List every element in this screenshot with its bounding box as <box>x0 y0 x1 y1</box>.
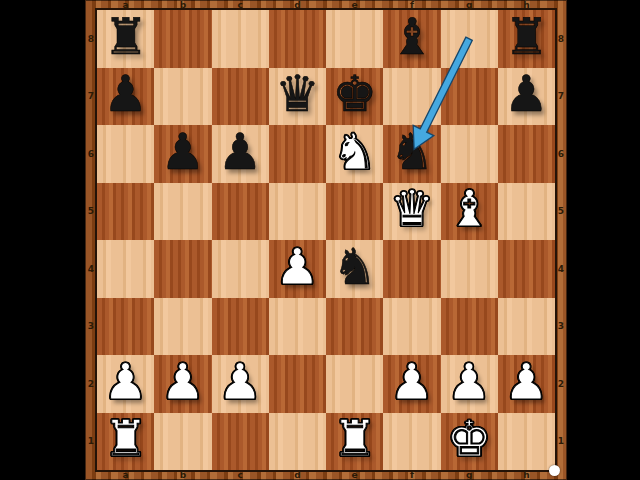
square-f1[interactable] <box>383 413 440 471</box>
square-a5[interactable] <box>97 183 154 241</box>
square-e1[interactable]: ♜ <box>326 413 383 471</box>
square-g8[interactable] <box>441 10 498 68</box>
square-d2[interactable] <box>269 355 326 413</box>
square-b8[interactable] <box>154 10 211 68</box>
rank-label-right-6: 6 <box>558 149 564 159</box>
side-to-move-indicator <box>549 465 560 476</box>
square-e7[interactable]: ♚ <box>326 68 383 126</box>
square-h2[interactable]: ♟ <box>498 355 555 413</box>
file-label-top-g: g <box>466 0 472 10</box>
square-d8[interactable] <box>269 10 326 68</box>
square-g4[interactable] <box>441 240 498 298</box>
rank-label-right-7: 7 <box>558 91 564 101</box>
square-f5[interactable]: ♛ <box>383 183 440 241</box>
square-h6[interactable] <box>498 125 555 183</box>
rank-label-left-4: 4 <box>88 264 94 274</box>
rank-label-right-5: 5 <box>558 206 564 216</box>
square-b4[interactable] <box>154 240 211 298</box>
square-c7[interactable] <box>212 68 269 126</box>
white-knight-e6[interactable]: ♞ <box>332 127 377 177</box>
square-e4[interactable]: ♞ <box>326 240 383 298</box>
white-king-g1[interactable]: ♚ <box>447 414 492 464</box>
rank-label-left-1: 1 <box>88 436 94 446</box>
square-d4[interactable]: ♟ <box>269 240 326 298</box>
file-label-bottom-c: c <box>237 470 242 480</box>
square-e3[interactable] <box>326 298 383 356</box>
square-c8[interactable] <box>212 10 269 68</box>
square-d1[interactable] <box>269 413 326 471</box>
white-queen-f5[interactable]: ♛ <box>389 184 434 234</box>
square-d6[interactable] <box>269 125 326 183</box>
white-pawn-f2[interactable]: ♟ <box>389 357 434 407</box>
white-pawn-b2[interactable]: ♟ <box>160 357 205 407</box>
file-label-bottom-b: b <box>180 470 186 480</box>
square-e6[interactable]: ♞ <box>326 125 383 183</box>
square-b7[interactable] <box>154 68 211 126</box>
letterboxed-video-frame: { "game": "chess", "position": { "fen": … <box>0 0 640 480</box>
square-a1[interactable]: ♜ <box>97 413 154 471</box>
white-pawn-h2[interactable]: ♟ <box>504 357 549 407</box>
file-label-top-a: a <box>123 0 129 10</box>
file-label-top-c: c <box>237 0 242 10</box>
square-c4[interactable] <box>212 240 269 298</box>
rank-label-left-8: 8 <box>88 34 94 44</box>
square-h3[interactable] <box>498 298 555 356</box>
rank-label-left-7: 7 <box>88 91 94 101</box>
black-bishop-f8[interactable]: ♝ <box>389 12 434 62</box>
square-a4[interactable] <box>97 240 154 298</box>
square-a6[interactable] <box>97 125 154 183</box>
square-e2[interactable] <box>326 355 383 413</box>
square-f8[interactable]: ♝ <box>383 10 440 68</box>
square-b6[interactable]: ♟ <box>154 125 211 183</box>
square-g3[interactable] <box>441 298 498 356</box>
square-g5[interactable]: ♝ <box>441 183 498 241</box>
black-knight-f6[interactable]: ♞ <box>389 127 434 177</box>
file-label-bottom-h: h <box>523 470 529 480</box>
rank-label-right-3: 3 <box>558 321 564 331</box>
square-a3[interactable] <box>97 298 154 356</box>
file-label-bottom-g: g <box>466 470 472 480</box>
square-g2[interactable]: ♟ <box>441 355 498 413</box>
file-label-bottom-f: f <box>410 470 414 480</box>
square-b2[interactable]: ♟ <box>154 355 211 413</box>
square-g6[interactable] <box>441 125 498 183</box>
square-a2[interactable]: ♟ <box>97 355 154 413</box>
square-h1[interactable] <box>498 413 555 471</box>
file-label-top-d: d <box>294 0 300 10</box>
white-rook-e1[interactable]: ♜ <box>332 414 377 464</box>
square-g1[interactable]: ♚ <box>441 413 498 471</box>
white-bishop-g5[interactable]: ♝ <box>447 184 492 234</box>
square-c2[interactable]: ♟ <box>212 355 269 413</box>
square-c6[interactable]: ♟ <box>212 125 269 183</box>
black-king-e7[interactable]: ♚ <box>332 69 377 119</box>
rank-label-left-2: 2 <box>88 379 94 389</box>
black-pawn-c6[interactable]: ♟ <box>218 127 263 177</box>
square-f2[interactable]: ♟ <box>383 355 440 413</box>
rank-label-left-6: 6 <box>88 149 94 159</box>
letterbox-left <box>0 0 85 480</box>
square-b3[interactable] <box>154 298 211 356</box>
white-pawn-c2[interactable]: ♟ <box>218 357 263 407</box>
white-pawn-a2[interactable]: ♟ <box>103 357 148 407</box>
square-f7[interactable] <box>383 68 440 126</box>
square-f6[interactable]: ♞ <box>383 125 440 183</box>
rank-label-left-5: 5 <box>88 206 94 216</box>
white-pawn-g2[interactable]: ♟ <box>447 357 492 407</box>
rank-label-right-4: 4 <box>558 264 564 274</box>
square-h7[interactable]: ♟ <box>498 68 555 126</box>
square-f3[interactable] <box>383 298 440 356</box>
letterbox-right <box>567 0 640 480</box>
rank-label-right-8: 8 <box>558 34 564 44</box>
square-h5[interactable] <box>498 183 555 241</box>
square-g7[interactable] <box>441 68 498 126</box>
chess-board: ♜♝♜♟♛♚♟♟♟♞♞♛♝♟♞♟♟♟♟♟♟♜♜♚ aabbccddeeffggh… <box>85 0 567 480</box>
file-label-top-f: f <box>410 0 414 10</box>
black-pawn-h7[interactable]: ♟ <box>504 69 549 119</box>
square-h4[interactable] <box>498 240 555 298</box>
white-pawn-d4[interactable]: ♟ <box>275 242 320 292</box>
file-label-top-b: b <box>180 0 186 10</box>
square-d7[interactable]: ♛ <box>269 68 326 126</box>
white-rook-a1[interactable]: ♜ <box>103 414 148 464</box>
file-label-bottom-d: d <box>294 470 300 480</box>
black-rook-a8[interactable]: ♜ <box>103 12 148 62</box>
board-grid: ♜♝♜♟♛♚♟♟♟♞♞♛♝♟♞♟♟♟♟♟♟♜♜♚ <box>97 10 555 470</box>
square-f4[interactable] <box>383 240 440 298</box>
square-c5[interactable] <box>212 183 269 241</box>
rank-label-right-1: 1 <box>558 436 564 446</box>
file-label-bottom-a: a <box>123 470 129 480</box>
square-a8[interactable]: ♜ <box>97 10 154 68</box>
square-b1[interactable] <box>154 413 211 471</box>
square-d5[interactable] <box>269 183 326 241</box>
black-queen-d7[interactable]: ♛ <box>275 69 320 119</box>
square-d3[interactable] <box>269 298 326 356</box>
file-label-top-e: e <box>352 0 358 10</box>
black-pawn-b6[interactable]: ♟ <box>160 127 205 177</box>
black-knight-e4[interactable]: ♞ <box>332 242 377 292</box>
square-e5[interactable] <box>326 183 383 241</box>
square-h8[interactable]: ♜ <box>498 10 555 68</box>
square-e8[interactable] <box>326 10 383 68</box>
black-pawn-a7[interactable]: ♟ <box>103 69 148 119</box>
file-label-top-h: h <box>523 0 529 10</box>
square-a7[interactable]: ♟ <box>97 68 154 126</box>
rank-label-right-2: 2 <box>558 379 564 389</box>
file-label-bottom-e: e <box>352 470 358 480</box>
rank-label-left-3: 3 <box>88 321 94 331</box>
square-c1[interactable] <box>212 413 269 471</box>
black-rook-h8[interactable]: ♜ <box>504 12 549 62</box>
square-b5[interactable] <box>154 183 211 241</box>
square-c3[interactable] <box>212 298 269 356</box>
